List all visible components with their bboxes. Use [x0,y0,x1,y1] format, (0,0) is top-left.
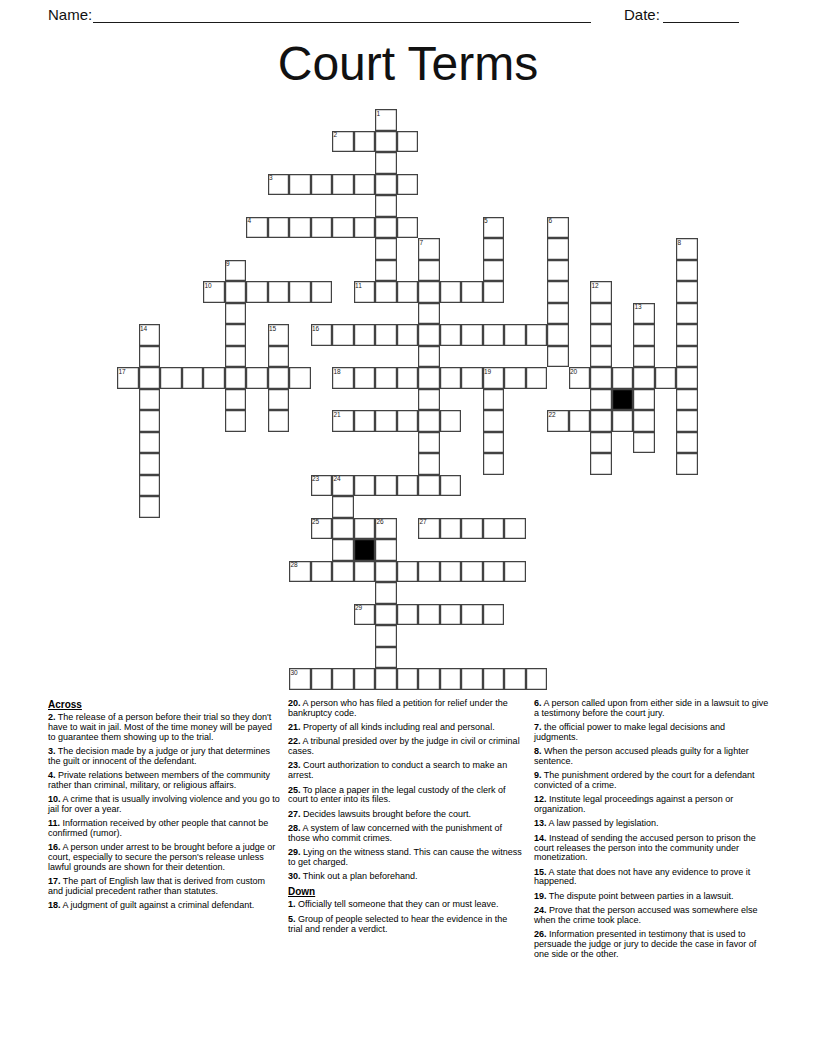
puzzle-title: Court Terms [0,36,816,91]
clue-down-1: 1. Officially tell someone that they can… [288,900,524,910]
grid-cell[interactable] [418,346,440,368]
grid-cell[interactable] [375,238,397,260]
clue-across-11: 11. Information received by other people… [48,819,282,839]
grid-cell[interactable] [375,647,397,669]
grid-cell[interactable] [440,668,462,690]
grid-cell[interactable]: 16 [311,324,333,346]
grid-cell[interactable] [268,281,290,303]
clue-across-10: 10. A crime that is usually involving vi… [48,795,282,815]
clue-across-25: 25. To place a paper in the legal custod… [288,786,524,806]
grid-cell[interactable]: 8 [676,238,698,260]
clue-across-23: 23. Court authorization to conduct a sea… [288,761,524,781]
grid-cell[interactable] [332,668,354,690]
black-cell [354,539,376,561]
grid-cell[interactable] [418,410,440,432]
cell-number: 23 [312,475,319,482]
grid-cell[interactable] [354,561,376,583]
grid-cell[interactable] [547,303,569,325]
clue-down-19: 19. The dispute point between parties in… [534,892,770,902]
grid-cell[interactable]: 7 [418,238,440,260]
grid-cell[interactable]: 24 [332,475,354,497]
grid-cell[interactable] [676,324,698,346]
clue-down-13: 13. A law passed by legislation. [534,819,770,829]
grid-cell[interactable] [676,346,698,368]
grid-cell[interactable]: 30 [289,668,311,690]
grid-cell[interactable] [139,367,161,389]
grid-cell[interactable] [268,389,290,411]
grid-cell[interactable]: 21 [332,410,354,432]
clue-across-2: 2. The release of a person before their … [48,713,282,742]
clue-down-12: 12. Institute legal proceedings against … [534,795,770,815]
grid-cell[interactable] [440,604,462,626]
clue-down-14: 14. Instead of sending the accused perso… [534,834,770,863]
grid-cell[interactable] [397,367,419,389]
name-blank[interactable] [93,6,591,23]
grid-cell[interactable] [225,389,247,411]
clue-across-3: 3. The decision made by a judge or jury … [48,747,282,767]
grid-cell[interactable] [418,260,440,282]
grid-cell[interactable]: 27 [418,518,440,540]
grid-cell[interactable] [483,432,505,454]
grid-cell[interactable] [483,604,505,626]
grid-cell[interactable] [633,410,655,432]
grid-cell[interactable] [203,367,225,389]
grid-cell[interactable] [590,389,612,411]
grid-cell[interactable] [676,410,698,432]
grid-cell[interactable] [590,410,612,432]
black-cell [612,389,634,411]
grid-cell[interactable] [418,281,440,303]
grid-cell[interactable] [526,668,548,690]
cell-number: 13 [635,303,642,310]
grid-cell[interactable] [418,561,440,583]
grid-cell[interactable] [461,561,483,583]
grid-cell[interactable]: 29 [354,604,376,626]
grid-cell[interactable] [139,496,161,518]
grid-cell[interactable] [225,367,247,389]
cell-number: 3 [269,174,273,181]
cell-number: 28 [291,561,298,568]
grid-cell[interactable] [311,174,333,196]
clue-down-9: 9. The punishment ordered by the court f… [534,771,770,791]
grid-cell[interactable]: 22 [547,410,569,432]
grid-cell[interactable] [354,324,376,346]
grid-cell[interactable]: 4 [246,217,268,239]
cell-number: 11 [355,282,362,289]
grid-cell[interactable]: 23 [311,475,333,497]
grid-cell[interactable] [547,260,569,282]
clue-down-26: 26. Information presented in testimony t… [534,930,770,959]
grid-cell[interactable]: 1 [375,109,397,131]
clue-down-15: 15. A state that does not have any evide… [534,868,770,888]
grid-cell[interactable] [676,281,698,303]
grid-cell[interactable] [160,367,182,389]
grid-cell[interactable] [612,410,634,432]
grid-cell[interactable] [676,367,698,389]
across-header: Across [48,699,282,710]
grid-cell[interactable] [418,453,440,475]
cell-number: 18 [334,368,341,375]
grid-cell[interactable] [633,389,655,411]
grid-cell[interactable] [225,303,247,325]
cell-number: 30 [291,669,298,676]
grid-cell[interactable] [483,453,505,475]
grid-cell[interactable]: 15 [268,324,290,346]
grid-cell[interactable] [139,475,161,497]
grid-cell[interactable] [375,539,397,561]
grid-cell[interactable] [526,367,548,389]
grid-cell[interactable] [461,518,483,540]
cell-number: 5 [484,217,488,224]
clue-across-22: 22. A tribunal presided over by the judg… [288,737,524,757]
grid-cell[interactable] [633,324,655,346]
grid-cell[interactable] [440,475,462,497]
grid-cell[interactable] [375,604,397,626]
grid-cell[interactable]: 9 [225,260,247,282]
grid-cell[interactable]: 3 [268,174,290,196]
grid-cell[interactable] [397,561,419,583]
clues-column-1: Across2. The release of a person before … [48,699,282,916]
grid-cell[interactable] [461,324,483,346]
grid-cell[interactable] [504,518,526,540]
grid-cell[interactable] [375,668,397,690]
grid-cell[interactable] [676,453,698,475]
grid-cell[interactable] [397,217,419,239]
cell-number: 27 [420,518,427,525]
cell-number: 19 [484,368,491,375]
clue-down-8: 8. When the person accused pleads guilty… [534,747,770,767]
grid-cell[interactable] [268,346,290,368]
clues-column-2: 20. A person who has filed a petition fo… [288,699,524,939]
grid-cell[interactable] [418,303,440,325]
cell-number: 21 [334,411,341,418]
cell-number: 6 [549,217,553,224]
grid-cell[interactable]: 13 [633,303,655,325]
date-blank[interactable] [663,6,739,23]
grid-cell[interactable] [397,604,419,626]
grid-cell[interactable] [569,410,591,432]
cell-number: 26 [377,518,384,525]
grid-cell[interactable] [375,152,397,174]
clue-across-4: 4. Private relations between members of … [48,771,282,791]
grid-cell[interactable] [375,561,397,583]
grid-cell[interactable] [418,432,440,454]
cell-number: 24 [334,475,341,482]
date-label: Date: [624,6,660,23]
grid-cell[interactable] [354,410,376,432]
grid-cell[interactable] [139,432,161,454]
cell-number: 1 [377,110,381,117]
grid-cell[interactable]: 12 [590,281,612,303]
grid-cell[interactable] [139,453,161,475]
grid-cell[interactable] [354,475,376,497]
grid-cell[interactable] [397,475,419,497]
grid-cell[interactable] [547,238,569,260]
grid-cell[interactable] [483,260,505,282]
grid-cell[interactable] [590,303,612,325]
grid-cell[interactable] [612,367,634,389]
grid-cell[interactable]: 11 [354,281,376,303]
grid-cell[interactable] [375,625,397,647]
grid-cell[interactable] [655,367,677,389]
grid-cell[interactable] [633,367,655,389]
grid-cell[interactable] [461,281,483,303]
grid-cell[interactable] [483,561,505,583]
grid-cell[interactable] [440,561,462,583]
grid-cell[interactable] [375,131,397,153]
cell-number: 4 [248,217,252,224]
cell-number: 29 [355,604,362,611]
grid-cell[interactable] [633,432,655,454]
grid-cell[interactable] [483,410,505,432]
grid-cell[interactable] [289,281,311,303]
cell-number: 16 [312,325,319,332]
grid-cell[interactable] [418,389,440,411]
grid-cell[interactable] [332,324,354,346]
clue-down-7: 7. the official power to make legal deci… [534,723,770,743]
grid-cell[interactable] [289,174,311,196]
grid-cell[interactable] [483,238,505,260]
grid-cell[interactable] [590,346,612,368]
clue-down-5: 5. Group of people selected to hear the … [288,915,524,935]
grid-cell[interactable] [182,367,204,389]
grid-cell[interactable]: 25 [311,518,333,540]
grid-cell[interactable] [461,604,483,626]
grid-cell[interactable] [397,174,419,196]
grid-cell[interactable] [590,432,612,454]
clue-across-21: 21. Property of all kinds including real… [288,723,524,733]
grid-cell[interactable] [375,195,397,217]
grid-cell[interactable] [225,346,247,368]
grid-cell[interactable] [440,281,462,303]
grid-cell[interactable] [354,217,376,239]
grid-cell[interactable] [504,668,526,690]
clue-across-30: 30. Think out a plan beforehand. [288,872,524,882]
grid-cell[interactable] [375,174,397,196]
grid-cell[interactable] [397,281,419,303]
grid-cell[interactable] [246,281,268,303]
crossword-grid: 1234567891011121314151617181920212223242… [117,109,698,690]
clue-down-24: 24. Prove that the person accused was so… [534,906,770,926]
grid-cell[interactable] [354,367,376,389]
grid-cell[interactable] [547,281,569,303]
grid-cell[interactable] [504,561,526,583]
grid-cell[interactable] [375,217,397,239]
grid-cell[interactable] [397,324,419,346]
grid-cell[interactable] [676,389,698,411]
grid-cell[interactable] [440,518,462,540]
grid-cell[interactable] [397,668,419,690]
grid-cell[interactable] [375,582,397,604]
grid-cell[interactable] [547,346,569,368]
grid-cell[interactable] [590,324,612,346]
grid-cell[interactable] [311,281,333,303]
grid-cell[interactable]: 20 [569,367,591,389]
grid-cell[interactable] [332,174,354,196]
grid-cell[interactable] [268,217,290,239]
clue-across-29: 29. Lying on the witness stand. This can… [288,848,524,868]
grid-cell[interactable] [676,432,698,454]
grid-cell[interactable] [461,367,483,389]
grid-cell[interactable]: 5 [483,217,505,239]
grid-cell[interactable] [268,410,290,432]
cell-number: 10 [205,282,212,289]
grid-cell[interactable] [590,453,612,475]
grid-cell[interactable] [354,518,376,540]
grid-cell[interactable] [332,561,354,583]
grid-cell[interactable] [225,281,247,303]
grid-cell[interactable]: 18 [332,367,354,389]
grid-cell[interactable] [354,131,376,153]
grid-cell[interactable] [397,131,419,153]
grid-cell[interactable] [483,668,505,690]
cell-number: 17 [119,368,126,375]
name-label: Name: [48,6,92,23]
clue-across-18: 18. A judgment of guilt against a crimin… [48,901,282,911]
grid-cell[interactable] [483,324,505,346]
grid-cell[interactable] [375,475,397,497]
cell-number: 7 [420,239,424,246]
grid-cell[interactable] [633,346,655,368]
grid-cell[interactable] [375,281,397,303]
grid-cell[interactable] [139,389,161,411]
grid-cell[interactable] [289,217,311,239]
cell-number: 9 [226,260,230,267]
grid-cell[interactable] [375,260,397,282]
grid-cell[interactable]: 17 [117,367,139,389]
grid-cell[interactable]: 10 [203,281,225,303]
grid-cell[interactable]: 2 [332,131,354,153]
cell-number: 12 [592,282,599,289]
grid-cell[interactable] [332,496,354,518]
grid-cell[interactable] [418,604,440,626]
grid-cell[interactable]: 19 [483,367,505,389]
clue-across-16: 16. A person under arrest to be brought … [48,843,282,872]
grid-cell[interactable] [676,303,698,325]
grid-cell[interactable] [139,346,161,368]
grid-cell[interactable]: 28 [289,561,311,583]
grid-cell[interactable] [483,281,505,303]
cell-number: 22 [549,411,556,418]
grid-cell[interactable] [397,410,419,432]
cell-number: 14 [140,325,147,332]
clue-down-6: 6. A person called upon from either side… [534,699,770,719]
clue-across-27: 27. Decides lawsuits brought before the … [288,810,524,820]
grid-cell[interactable] [461,668,483,690]
grid-cell[interactable] [676,260,698,282]
grid-cell[interactable] [418,324,440,346]
grid-cell[interactable] [225,410,247,432]
grid-cell[interactable] [225,324,247,346]
grid-cell[interactable] [311,217,333,239]
grid-cell[interactable] [311,561,333,583]
grid-cell[interactable] [418,475,440,497]
grid-cell[interactable] [418,668,440,690]
grid-cell[interactable] [354,174,376,196]
grid-cell[interactable] [139,410,161,432]
grid-cell[interactable] [332,539,354,561]
cell-number: 20 [570,368,577,375]
grid-cell[interactable]: 6 [547,217,569,239]
grid-cell[interactable]: 14 [139,324,161,346]
grid-cell[interactable] [289,367,311,389]
grid-cell[interactable] [418,367,440,389]
grid-cell[interactable] [354,668,376,690]
grid-cell[interactable] [483,518,505,540]
cell-number: 8 [678,239,682,246]
cell-number: 15 [269,325,276,332]
grid-cell[interactable] [332,217,354,239]
grid-cell[interactable] [440,410,462,432]
grid-cell[interactable] [268,367,290,389]
grid-cell[interactable] [590,367,612,389]
grid-cell[interactable] [440,367,462,389]
grid-cell[interactable] [483,389,505,411]
clues-column-3: 6. A person called upon from either side… [534,699,770,964]
grid-cell[interactable] [440,324,462,346]
grid-cell[interactable] [547,324,569,346]
grid-cell[interactable] [375,410,397,432]
grid-cell[interactable] [332,518,354,540]
clue-across-28: 28. A system of law concerned with the p… [288,824,524,844]
grid-cell[interactable]: 26 [375,518,397,540]
grid-cell[interactable] [526,324,548,346]
grid-cell[interactable] [375,324,397,346]
down-header: Down [288,886,524,897]
grid-cell[interactable] [311,668,333,690]
clue-across-17: 17. The part of English law that is deri… [48,877,282,897]
cell-number: 25 [312,518,319,525]
grid-cell[interactable] [504,324,526,346]
cell-number: 2 [334,131,338,138]
clue-across-20: 20. A person who has filed a petition fo… [288,699,524,719]
grid-cell[interactable] [504,367,526,389]
grid-cell[interactable] [375,367,397,389]
grid-cell[interactable] [246,367,268,389]
